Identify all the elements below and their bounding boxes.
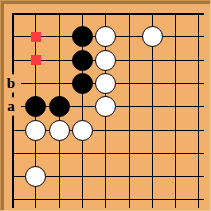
grid-line-vertical (175, 13, 176, 209)
grid-line-horizontal (12, 199, 205, 200)
white-stone (95, 26, 116, 47)
goban: ba (1, 1, 210, 210)
black-stone (72, 73, 93, 94)
point-label-b: b (2, 74, 21, 93)
white-stone (25, 120, 46, 141)
white-stone (95, 73, 116, 94)
white-stone (72, 120, 93, 141)
white-stone (25, 166, 46, 187)
black-stone (72, 26, 93, 47)
board-grid: ba (4, 4, 210, 210)
point-label-a: a (2, 97, 21, 116)
grid-line-horizontal (12, 153, 205, 154)
white-stone (49, 120, 70, 141)
grid-line-horizontal (12, 13, 205, 15)
go-board-diagram: ba (0, 0, 211, 211)
white-stone (95, 96, 116, 117)
red-square-marker (31, 55, 41, 65)
white-stone (142, 26, 163, 47)
red-square-marker (31, 32, 41, 42)
white-stone (95, 50, 116, 71)
grid-line-vertical (198, 13, 199, 209)
black-stone (72, 50, 93, 71)
grid-line-vertical (129, 13, 130, 209)
black-stone (49, 96, 70, 117)
black-stone (25, 96, 46, 117)
